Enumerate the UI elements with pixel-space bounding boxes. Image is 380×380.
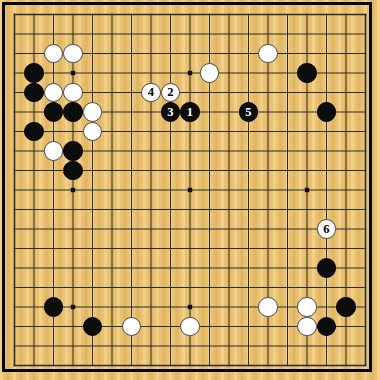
move-5-black-stone: 5 — [239, 102, 258, 121]
black-stone — [336, 297, 355, 316]
star-point — [188, 71, 192, 75]
white-stone — [297, 297, 316, 316]
white-stone — [83, 102, 102, 121]
white-stone — [44, 141, 63, 160]
white-stone — [258, 44, 277, 63]
move-4-white-stone: 4 — [141, 83, 160, 102]
white-stone — [297, 317, 316, 336]
black-stone — [317, 258, 336, 277]
move-1-black-stone: 1 — [180, 102, 199, 121]
white-stone — [180, 317, 199, 336]
move-6-white-stone: 6 — [317, 219, 336, 238]
star-point — [71, 71, 75, 75]
black-stone — [44, 297, 63, 316]
star-point — [188, 305, 192, 309]
go-board[interactable]: 423156 — [0, 0, 380, 380]
white-stone — [200, 63, 219, 82]
black-stone — [24, 63, 43, 82]
star-point — [71, 305, 75, 309]
star-point — [188, 188, 192, 192]
black-stone — [63, 102, 82, 121]
white-stone — [63, 44, 82, 63]
move-3-black-stone: 3 — [161, 102, 180, 121]
white-stone — [258, 297, 277, 316]
black-stone — [24, 83, 43, 102]
black-stone — [24, 122, 43, 141]
black-stone — [317, 102, 336, 121]
black-stone — [44, 102, 63, 121]
star-point — [305, 188, 309, 192]
star-point — [71, 188, 75, 192]
black-stone — [297, 63, 316, 82]
black-stone — [63, 161, 82, 180]
black-stone — [63, 141, 82, 160]
white-stone — [63, 83, 82, 102]
